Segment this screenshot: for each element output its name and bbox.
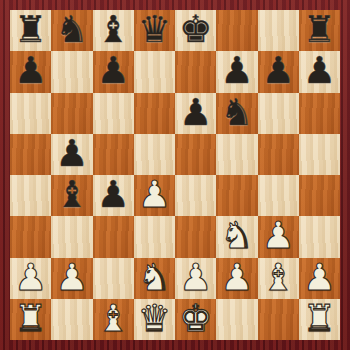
piece-black-pawn[interactable]: ♟ (220, 52, 253, 89)
piece-white-pawn[interactable]: ♟ (220, 259, 253, 296)
piece-black-pawn[interactable]: ♟ (14, 52, 47, 89)
square-d8[interactable]: ♛ (134, 10, 175, 51)
square-b4[interactable]: ♝ (51, 175, 92, 216)
square-f8[interactable] (216, 10, 257, 51)
square-b8[interactable]: ♞ (51, 10, 92, 51)
square-d1[interactable]: ♛ (134, 299, 175, 340)
piece-white-bishop[interactable]: ♝ (262, 259, 295, 296)
piece-white-pawn[interactable]: ♟ (303, 259, 336, 296)
square-g7[interactable]: ♟ (258, 51, 299, 92)
square-g4[interactable] (258, 175, 299, 216)
square-a4[interactable] (10, 175, 51, 216)
square-c7[interactable]: ♟ (93, 51, 134, 92)
square-f1[interactable] (216, 299, 257, 340)
square-b2[interactable]: ♟ (51, 258, 92, 299)
square-d4[interactable]: ♟ (134, 175, 175, 216)
square-c8[interactable]: ♝ (93, 10, 134, 51)
square-h8[interactable]: ♜ (299, 10, 340, 51)
square-a7[interactable]: ♟ (10, 51, 51, 92)
square-d3[interactable] (134, 216, 175, 257)
square-f3[interactable]: ♞ (216, 216, 257, 257)
piece-white-pawn[interactable]: ♟ (262, 217, 295, 254)
square-f7[interactable]: ♟ (216, 51, 257, 92)
square-a6[interactable] (10, 93, 51, 134)
piece-white-rook[interactable]: ♜ (303, 300, 336, 337)
square-h4[interactable] (299, 175, 340, 216)
square-h1[interactable]: ♜ (299, 299, 340, 340)
square-d6[interactable] (134, 93, 175, 134)
piece-black-pawn[interactable]: ♟ (262, 52, 295, 89)
square-e7[interactable] (175, 51, 216, 92)
piece-white-pawn[interactable]: ♟ (138, 176, 171, 213)
piece-black-knight[interactable]: ♞ (55, 11, 88, 48)
square-d7[interactable] (134, 51, 175, 92)
square-a2[interactable]: ♟ (10, 258, 51, 299)
square-c6[interactable] (93, 93, 134, 134)
piece-black-rook[interactable]: ♜ (303, 11, 336, 48)
piece-black-pawn[interactable]: ♟ (55, 135, 88, 172)
piece-white-bishop[interactable]: ♝ (97, 300, 130, 337)
square-g8[interactable] (258, 10, 299, 51)
square-g1[interactable] (258, 299, 299, 340)
square-f4[interactable] (216, 175, 257, 216)
square-h5[interactable] (299, 134, 340, 175)
square-a8[interactable]: ♜ (10, 10, 51, 51)
square-b3[interactable] (51, 216, 92, 257)
square-e8[interactable]: ♚ (175, 10, 216, 51)
square-c5[interactable] (93, 134, 134, 175)
square-h3[interactable] (299, 216, 340, 257)
piece-black-pawn[interactable]: ♟ (179, 94, 212, 131)
board-frame: ♜♞♝♛♚♜♟♟♟♟♟♟♞♟♝♟♟♞♟♟♟♞♟♟♝♟♜♝♛♚♜ (0, 0, 350, 350)
piece-white-knight[interactable]: ♞ (138, 259, 171, 296)
square-b5[interactable]: ♟ (51, 134, 92, 175)
square-h2[interactable]: ♟ (299, 258, 340, 299)
piece-black-king[interactable]: ♚ (179, 11, 212, 48)
piece-white-pawn[interactable]: ♟ (14, 259, 47, 296)
square-b6[interactable] (51, 93, 92, 134)
square-g5[interactable] (258, 134, 299, 175)
square-f2[interactable]: ♟ (216, 258, 257, 299)
square-e3[interactable] (175, 216, 216, 257)
square-b7[interactable] (51, 51, 92, 92)
square-e1[interactable]: ♚ (175, 299, 216, 340)
square-a1[interactable]: ♜ (10, 299, 51, 340)
square-c3[interactable] (93, 216, 134, 257)
piece-white-pawn[interactable]: ♟ (179, 259, 212, 296)
square-e5[interactable] (175, 134, 216, 175)
piece-black-pawn[interactable]: ♟ (97, 176, 130, 213)
piece-white-knight[interactable]: ♞ (220, 217, 253, 254)
piece-black-pawn[interactable]: ♟ (97, 52, 130, 89)
piece-black-knight[interactable]: ♞ (220, 94, 253, 131)
piece-white-rook[interactable]: ♜ (14, 300, 47, 337)
square-b1[interactable] (51, 299, 92, 340)
square-c2[interactable] (93, 258, 134, 299)
square-a3[interactable] (10, 216, 51, 257)
square-c4[interactable]: ♟ (93, 175, 134, 216)
piece-black-queen[interactable]: ♛ (138, 11, 171, 48)
piece-black-bishop[interactable]: ♝ (97, 11, 130, 48)
piece-black-pawn[interactable]: ♟ (303, 52, 336, 89)
square-e2[interactable]: ♟ (175, 258, 216, 299)
square-f6[interactable]: ♞ (216, 93, 257, 134)
square-a5[interactable] (10, 134, 51, 175)
chess-board: ♜♞♝♛♚♜♟♟♟♟♟♟♞♟♝♟♟♞♟♟♟♞♟♟♝♟♜♝♛♚♜ (10, 10, 340, 340)
piece-black-rook[interactable]: ♜ (14, 11, 47, 48)
piece-white-pawn[interactable]: ♟ (55, 259, 88, 296)
square-h7[interactable]: ♟ (299, 51, 340, 92)
square-e4[interactable] (175, 175, 216, 216)
square-g6[interactable] (258, 93, 299, 134)
square-e6[interactable]: ♟ (175, 93, 216, 134)
square-c1[interactable]: ♝ (93, 299, 134, 340)
piece-white-queen[interactable]: ♛ (138, 300, 171, 337)
square-d5[interactable] (134, 134, 175, 175)
piece-white-king[interactable]: ♚ (179, 300, 212, 337)
piece-black-bishop[interactable]: ♝ (55, 176, 88, 213)
square-g2[interactable]: ♝ (258, 258, 299, 299)
square-g3[interactable]: ♟ (258, 216, 299, 257)
square-h6[interactable] (299, 93, 340, 134)
square-f5[interactable] (216, 134, 257, 175)
square-d2[interactable]: ♞ (134, 258, 175, 299)
